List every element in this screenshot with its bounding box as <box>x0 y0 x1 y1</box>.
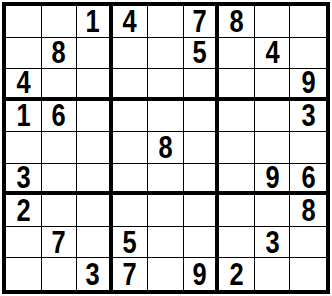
cell-r1c2[interactable] <box>42 6 78 38</box>
cell-r1c5[interactable] <box>148 6 184 38</box>
cell-r6c3[interactable] <box>77 164 113 196</box>
cell-r4c4[interactable] <box>113 101 149 133</box>
cell-digit: 2 <box>230 259 244 290</box>
cell-r8c7[interactable] <box>219 227 255 259</box>
cell-r3c4[interactable] <box>113 69 149 101</box>
cell-r7c6[interactable] <box>184 195 220 227</box>
cell-r5c4[interactable] <box>113 132 149 164</box>
cell-r3c9[interactable]: 9 <box>290 69 326 101</box>
cell-r7c7[interactable] <box>219 195 255 227</box>
cell-r6c8[interactable]: 9 <box>255 164 291 196</box>
cell-r8c9[interactable] <box>290 227 326 259</box>
cell-digit: 4 <box>16 69 30 98</box>
cell-r4c2[interactable]: 6 <box>42 101 78 133</box>
cell-r4c7[interactable] <box>219 101 255 133</box>
cell-r2c7[interactable] <box>219 38 255 70</box>
cell-r1c4[interactable]: 4 <box>113 6 149 38</box>
cell-digit: 7 <box>52 227 66 258</box>
cell-r8c6[interactable] <box>184 227 220 259</box>
cell-r4c3[interactable] <box>77 101 113 133</box>
cell-r2c1[interactable] <box>6 38 42 70</box>
cell-r4c6[interactable] <box>184 101 220 133</box>
cell-digit: 3 <box>16 164 30 193</box>
cell-r8c1[interactable] <box>6 227 42 259</box>
cell-r8c2[interactable]: 7 <box>42 227 78 259</box>
cell-r7c9[interactable]: 8 <box>290 195 326 227</box>
cell-r6c5[interactable] <box>148 164 184 196</box>
cell-digit: 7 <box>123 259 137 290</box>
cell-r8c8[interactable]: 3 <box>255 227 291 259</box>
cell-digit: 3 <box>86 259 100 290</box>
cell-digit: 6 <box>301 164 315 193</box>
cell-r3c6[interactable] <box>184 69 220 101</box>
cell-r8c4[interactable]: 5 <box>113 227 149 259</box>
cell-r6c1[interactable]: 3 <box>6 164 42 196</box>
cell-r2c6[interactable]: 5 <box>184 38 220 70</box>
cell-r1c8[interactable] <box>255 6 291 38</box>
cell-digit: 4 <box>123 6 137 37</box>
cell-digit: 7 <box>192 6 206 37</box>
cell-digit: 9 <box>192 259 206 290</box>
cell-digit: 5 <box>192 38 206 69</box>
cell-r3c5[interactable] <box>148 69 184 101</box>
cell-r5c7[interactable] <box>219 132 255 164</box>
cell-r6c7[interactable] <box>219 164 255 196</box>
cell-r9c3[interactable]: 3 <box>77 258 113 290</box>
cell-digit: 4 <box>265 38 279 69</box>
cell-r7c4[interactable] <box>113 195 149 227</box>
cell-r3c1[interactable]: 4 <box>6 69 42 101</box>
cell-r6c4[interactable] <box>113 164 149 196</box>
cell-r7c8[interactable] <box>255 195 291 227</box>
cell-r9c4[interactable]: 7 <box>113 258 149 290</box>
cell-r5c2[interactable] <box>42 132 78 164</box>
cell-r3c8[interactable] <box>255 69 291 101</box>
cell-r2c2[interactable]: 8 <box>42 38 78 70</box>
cell-r2c9[interactable] <box>290 38 326 70</box>
cell-digit: 1 <box>16 101 30 132</box>
cell-r6c9[interactable]: 6 <box>290 164 326 196</box>
cell-r9c7[interactable]: 2 <box>219 258 255 290</box>
cell-digit: 8 <box>158 132 172 163</box>
cell-r5c9[interactable] <box>290 132 326 164</box>
cell-r1c6[interactable]: 7 <box>184 6 220 38</box>
cell-r9c6[interactable]: 9 <box>184 258 220 290</box>
cell-r9c2[interactable] <box>42 258 78 290</box>
cell-r4c5[interactable] <box>148 101 184 133</box>
cell-digit: 1 <box>86 6 100 37</box>
cell-r7c3[interactable] <box>77 195 113 227</box>
cell-digit: 6 <box>52 101 66 132</box>
cell-r2c5[interactable] <box>148 38 184 70</box>
cell-r2c3[interactable] <box>77 38 113 70</box>
cell-r9c9[interactable] <box>290 258 326 290</box>
cell-r4c9[interactable]: 3 <box>290 101 326 133</box>
cell-r1c7[interactable]: 8 <box>219 6 255 38</box>
cell-r3c2[interactable] <box>42 69 78 101</box>
cell-r4c8[interactable] <box>255 101 291 133</box>
cell-r7c5[interactable] <box>148 195 184 227</box>
cell-r5c6[interactable] <box>184 132 220 164</box>
cell-r2c8[interactable]: 4 <box>255 38 291 70</box>
cell-digit: 8 <box>230 6 244 37</box>
cell-r5c8[interactable] <box>255 132 291 164</box>
cell-r6c2[interactable] <box>42 164 78 196</box>
cell-digit: 8 <box>52 38 66 69</box>
cell-r5c5[interactable]: 8 <box>148 132 184 164</box>
cell-r1c3[interactable]: 1 <box>77 6 113 38</box>
cell-r9c8[interactable] <box>255 258 291 290</box>
cell-r1c9[interactable] <box>290 6 326 38</box>
cell-r8c3[interactable] <box>77 227 113 259</box>
cell-digit: 8 <box>301 195 315 226</box>
cell-r7c2[interactable] <box>42 195 78 227</box>
cell-r2c4[interactable] <box>113 38 149 70</box>
cell-r1c1[interactable] <box>6 6 42 38</box>
cell-digit: 9 <box>301 69 315 98</box>
cell-r9c5[interactable] <box>148 258 184 290</box>
cell-r3c3[interactable] <box>77 69 113 101</box>
cell-r5c1[interactable] <box>6 132 42 164</box>
cell-r3c7[interactable] <box>219 69 255 101</box>
cell-digit: 5 <box>123 227 137 258</box>
cell-digit: 9 <box>265 164 279 193</box>
cell-digit: 2 <box>16 195 30 226</box>
cell-r5c3[interactable] <box>77 132 113 164</box>
cell-r7c1[interactable]: 2 <box>6 195 42 227</box>
cell-digit: 3 <box>265 227 279 258</box>
cell-digit: 3 <box>301 101 315 132</box>
cell-r4c1[interactable]: 1 <box>6 101 42 133</box>
cell-r8c5[interactable] <box>148 227 184 259</box>
cell-r9c1[interactable] <box>6 258 42 290</box>
sudoku-page: 1 4 7 8 8 5 4 4 9 1 6 3 <box>0 0 332 296</box>
sudoku-board: 1 4 7 8 8 5 4 4 9 1 6 3 <box>2 2 330 294</box>
cell-r6c6[interactable] <box>184 164 220 196</box>
